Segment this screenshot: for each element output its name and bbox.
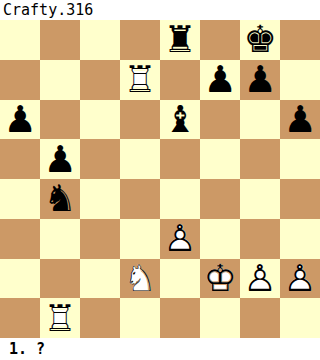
chess-board: ♜♚♜♖♟♟♟♝♟♟♞♟♙♞♘♚♔♟♙♟♙♜♖ bbox=[0, 20, 320, 338]
square-a6[interactable]: ♟ bbox=[0, 100, 40, 140]
square-f1[interactable] bbox=[200, 298, 240, 338]
square-h3[interactable] bbox=[280, 219, 320, 259]
square-g4[interactable] bbox=[240, 179, 280, 219]
square-f5[interactable] bbox=[200, 139, 240, 179]
white-king: ♚♔ bbox=[200, 259, 240, 299]
square-g6[interactable] bbox=[240, 100, 280, 140]
square-e2[interactable] bbox=[160, 259, 200, 299]
square-e7[interactable] bbox=[160, 60, 200, 100]
square-b8[interactable] bbox=[40, 20, 80, 60]
square-f2[interactable]: ♚♔ bbox=[200, 259, 240, 299]
square-e4[interactable] bbox=[160, 179, 200, 219]
square-b5[interactable]: ♟ bbox=[40, 139, 80, 179]
square-g5[interactable] bbox=[240, 139, 280, 179]
square-h2[interactable]: ♟♙ bbox=[280, 259, 320, 299]
square-h5[interactable] bbox=[280, 139, 320, 179]
square-d2[interactable]: ♞♘ bbox=[120, 259, 160, 299]
black-pawn: ♟ bbox=[40, 139, 80, 179]
square-c4[interactable] bbox=[80, 179, 120, 219]
chess-diagram: Crafty.316 ♜♚♜♖♟♟♟♝♟♟♞♟♙♞♘♚♔♟♙♟♙♜♖ 1. ? bbox=[0, 0, 320, 360]
square-a7[interactable] bbox=[0, 60, 40, 100]
square-h8[interactable] bbox=[280, 20, 320, 60]
square-f8[interactable] bbox=[200, 20, 240, 60]
square-b4[interactable]: ♞ bbox=[40, 179, 80, 219]
square-d5[interactable] bbox=[120, 139, 160, 179]
square-g2[interactable]: ♟♙ bbox=[240, 259, 280, 299]
square-h1[interactable] bbox=[280, 298, 320, 338]
square-b1[interactable]: ♜♖ bbox=[40, 298, 80, 338]
black-knight: ♞ bbox=[40, 179, 80, 219]
square-c2[interactable] bbox=[80, 259, 120, 299]
square-d3[interactable] bbox=[120, 219, 160, 259]
square-e1[interactable] bbox=[160, 298, 200, 338]
white-rook: ♜♖ bbox=[40, 298, 80, 338]
square-b2[interactable] bbox=[40, 259, 80, 299]
square-d8[interactable] bbox=[120, 20, 160, 60]
square-h4[interactable] bbox=[280, 179, 320, 219]
square-a3[interactable] bbox=[0, 219, 40, 259]
square-d7[interactable]: ♜♖ bbox=[120, 60, 160, 100]
square-g8[interactable]: ♚ bbox=[240, 20, 280, 60]
square-g1[interactable] bbox=[240, 298, 280, 338]
black-rook: ♜ bbox=[160, 20, 200, 60]
move-prompt: 1. ? bbox=[0, 338, 320, 360]
square-e3[interactable]: ♟♙ bbox=[160, 219, 200, 259]
black-pawn: ♟ bbox=[280, 100, 320, 140]
square-h7[interactable] bbox=[280, 60, 320, 100]
black-pawn: ♟ bbox=[200, 60, 240, 100]
square-g3[interactable] bbox=[240, 219, 280, 259]
square-c3[interactable] bbox=[80, 219, 120, 259]
square-d6[interactable] bbox=[120, 100, 160, 140]
white-pawn: ♟♙ bbox=[280, 259, 320, 299]
square-c8[interactable] bbox=[80, 20, 120, 60]
square-c5[interactable] bbox=[80, 139, 120, 179]
square-a2[interactable] bbox=[0, 259, 40, 299]
square-a1[interactable] bbox=[0, 298, 40, 338]
square-b7[interactable] bbox=[40, 60, 80, 100]
square-e5[interactable] bbox=[160, 139, 200, 179]
square-h6[interactable]: ♟ bbox=[280, 100, 320, 140]
white-pawn: ♟♙ bbox=[240, 259, 280, 299]
square-d1[interactable] bbox=[120, 298, 160, 338]
black-pawn: ♟ bbox=[240, 60, 280, 100]
white-knight: ♞♘ bbox=[120, 259, 160, 299]
square-b6[interactable] bbox=[40, 100, 80, 140]
square-a5[interactable] bbox=[0, 139, 40, 179]
square-e8[interactable]: ♜ bbox=[160, 20, 200, 60]
square-c6[interactable] bbox=[80, 100, 120, 140]
square-d4[interactable] bbox=[120, 179, 160, 219]
white-rook: ♜♖ bbox=[120, 60, 160, 100]
diagram-title: Crafty.316 bbox=[0, 0, 320, 20]
square-c1[interactable] bbox=[80, 298, 120, 338]
square-c7[interactable] bbox=[80, 60, 120, 100]
square-f4[interactable] bbox=[200, 179, 240, 219]
black-king: ♚ bbox=[240, 20, 280, 60]
square-f7[interactable]: ♟ bbox=[200, 60, 240, 100]
square-g7[interactable]: ♟ bbox=[240, 60, 280, 100]
square-a4[interactable] bbox=[0, 179, 40, 219]
square-f3[interactable] bbox=[200, 219, 240, 259]
white-pawn: ♟♙ bbox=[160, 219, 200, 259]
square-f6[interactable] bbox=[200, 100, 240, 140]
black-pawn: ♟ bbox=[0, 100, 40, 140]
black-bishop: ♝ bbox=[160, 100, 200, 140]
square-a8[interactable] bbox=[0, 20, 40, 60]
square-e6[interactable]: ♝ bbox=[160, 100, 200, 140]
square-b3[interactable] bbox=[40, 219, 80, 259]
